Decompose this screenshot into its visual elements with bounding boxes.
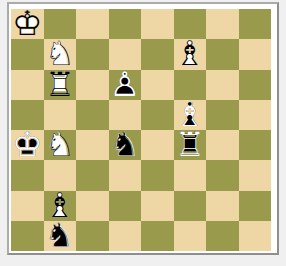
square-a2[interactable] bbox=[11, 191, 44, 221]
piece-white-knight: ♞♘ bbox=[44, 130, 77, 160]
square-g5[interactable] bbox=[206, 100, 239, 130]
black-bishop-icon: ♝ bbox=[175, 97, 205, 131]
square-f8[interactable] bbox=[174, 9, 207, 39]
square-a8[interactable]: ♚♔ bbox=[11, 9, 44, 39]
black-bishop-outline-icon: ♗ bbox=[175, 97, 205, 131]
piece-black-pawn: ♟♙ bbox=[109, 70, 142, 100]
square-a4[interactable]: ♚♔ bbox=[11, 130, 44, 160]
square-a6[interactable] bbox=[11, 70, 44, 100]
white-bishop-icon: ♝ bbox=[175, 36, 205, 70]
black-knight-outline-icon: ♘ bbox=[110, 127, 140, 161]
white-bishop-outline-icon: ♗ bbox=[45, 188, 75, 222]
square-f2[interactable] bbox=[174, 191, 207, 221]
white-rook-outline-icon: ♖ bbox=[45, 67, 75, 101]
black-king-outline-icon: ♔ bbox=[12, 127, 42, 161]
black-pawn-outline-icon: ♙ bbox=[110, 67, 140, 101]
piece-black-knight: ♞♘ bbox=[109, 130, 142, 160]
white-knight-icon: ♞ bbox=[45, 36, 75, 70]
square-e3[interactable] bbox=[141, 160, 174, 190]
white-king-outline-icon: ♔ bbox=[12, 6, 42, 40]
square-a7[interactable] bbox=[11, 39, 44, 69]
square-b5[interactable] bbox=[44, 100, 77, 130]
square-b6[interactable]: ♜♖ bbox=[44, 70, 77, 100]
board-panel: ♚♔♞♘♝♗♜♖♟♙♝♗♚♔♞♘♞♘♜♖♝♗♞♘ bbox=[7, 2, 279, 255]
black-king-icon: ♚ bbox=[12, 127, 42, 161]
piece-white-bishop: ♝♗ bbox=[44, 191, 77, 221]
square-h1[interactable] bbox=[239, 221, 272, 251]
square-a1[interactable] bbox=[11, 221, 44, 251]
square-g1[interactable] bbox=[206, 221, 239, 251]
white-rook-icon: ♜ bbox=[45, 67, 75, 101]
square-g4[interactable] bbox=[206, 130, 239, 160]
square-c6[interactable] bbox=[76, 70, 109, 100]
square-e5[interactable] bbox=[141, 100, 174, 130]
square-e1[interactable] bbox=[141, 221, 174, 251]
white-knight-icon: ♞ bbox=[45, 127, 75, 161]
white-bishop-outline-icon: ♗ bbox=[175, 36, 205, 70]
square-f1[interactable] bbox=[174, 221, 207, 251]
white-knight-outline-icon: ♘ bbox=[45, 127, 75, 161]
square-e4[interactable] bbox=[141, 130, 174, 160]
black-knight-icon: ♞ bbox=[110, 127, 140, 161]
square-b8[interactable] bbox=[44, 9, 77, 39]
square-h3[interactable] bbox=[239, 160, 272, 190]
square-d2[interactable] bbox=[109, 191, 142, 221]
black-knight-icon: ♞ bbox=[45, 218, 75, 252]
white-bishop-icon: ♝ bbox=[45, 188, 75, 222]
white-king-icon: ♚ bbox=[12, 6, 42, 40]
square-b1[interactable]: ♞♘ bbox=[44, 221, 77, 251]
square-c4[interactable] bbox=[76, 130, 109, 160]
piece-black-king: ♚♔ bbox=[11, 130, 44, 160]
square-c7[interactable] bbox=[76, 39, 109, 69]
square-b4[interactable]: ♞♘ bbox=[44, 130, 77, 160]
square-g3[interactable] bbox=[206, 160, 239, 190]
square-b7[interactable]: ♞♘ bbox=[44, 39, 77, 69]
square-d4[interactable]: ♞♘ bbox=[109, 130, 142, 160]
square-h4[interactable] bbox=[239, 130, 272, 160]
square-c8[interactable] bbox=[76, 9, 109, 39]
square-h7[interactable] bbox=[239, 39, 272, 69]
square-e6[interactable] bbox=[141, 70, 174, 100]
black-knight-outline-icon: ♘ bbox=[45, 218, 75, 252]
square-g8[interactable] bbox=[206, 9, 239, 39]
square-d5[interactable] bbox=[109, 100, 142, 130]
square-f3[interactable] bbox=[174, 160, 207, 190]
square-f5[interactable]: ♝♗ bbox=[174, 100, 207, 130]
piece-white-knight: ♞♘ bbox=[44, 39, 77, 69]
square-a5[interactable] bbox=[11, 100, 44, 130]
black-rook-icon: ♜ bbox=[175, 127, 205, 161]
square-d7[interactable] bbox=[109, 39, 142, 69]
square-e7[interactable] bbox=[141, 39, 174, 69]
square-c2[interactable] bbox=[76, 191, 109, 221]
piece-black-knight: ♞♘ bbox=[44, 221, 77, 251]
piece-white-bishop: ♝♗ bbox=[174, 39, 207, 69]
chess-board: ♚♔♞♘♝♗♜♖♟♙♝♗♚♔♞♘♞♘♜♖♝♗♞♘ bbox=[11, 9, 271, 251]
square-f6[interactable] bbox=[174, 70, 207, 100]
square-b2[interactable]: ♝♗ bbox=[44, 191, 77, 221]
square-a3[interactable] bbox=[11, 160, 44, 190]
square-h8[interactable] bbox=[239, 9, 272, 39]
square-g2[interactable] bbox=[206, 191, 239, 221]
square-c1[interactable] bbox=[76, 221, 109, 251]
piece-black-bishop: ♝♗ bbox=[174, 100, 207, 130]
square-h2[interactable] bbox=[239, 191, 272, 221]
square-d8[interactable] bbox=[109, 9, 142, 39]
black-pawn-icon: ♟ bbox=[110, 67, 140, 101]
piece-white-king: ♚♔ bbox=[11, 9, 44, 39]
square-e8[interactable] bbox=[141, 9, 174, 39]
piece-white-rook: ♜♖ bbox=[44, 70, 77, 100]
square-e2[interactable] bbox=[141, 191, 174, 221]
white-knight-outline-icon: ♘ bbox=[45, 36, 75, 70]
square-c3[interactable] bbox=[76, 160, 109, 190]
square-d1[interactable] bbox=[109, 221, 142, 251]
black-rook-outline-icon: ♖ bbox=[175, 127, 205, 161]
square-b3[interactable] bbox=[44, 160, 77, 190]
piece-black-rook: ♜♖ bbox=[174, 130, 207, 160]
square-g7[interactable] bbox=[206, 39, 239, 69]
square-c5[interactable] bbox=[76, 100, 109, 130]
square-d3[interactable] bbox=[109, 160, 142, 190]
square-f7[interactable]: ♝♗ bbox=[174, 39, 207, 69]
square-h6[interactable] bbox=[239, 70, 272, 100]
square-h5[interactable] bbox=[239, 100, 272, 130]
square-g6[interactable] bbox=[206, 70, 239, 100]
square-f4[interactable]: ♜♖ bbox=[174, 130, 207, 160]
square-d6[interactable]: ♟♙ bbox=[109, 70, 142, 100]
